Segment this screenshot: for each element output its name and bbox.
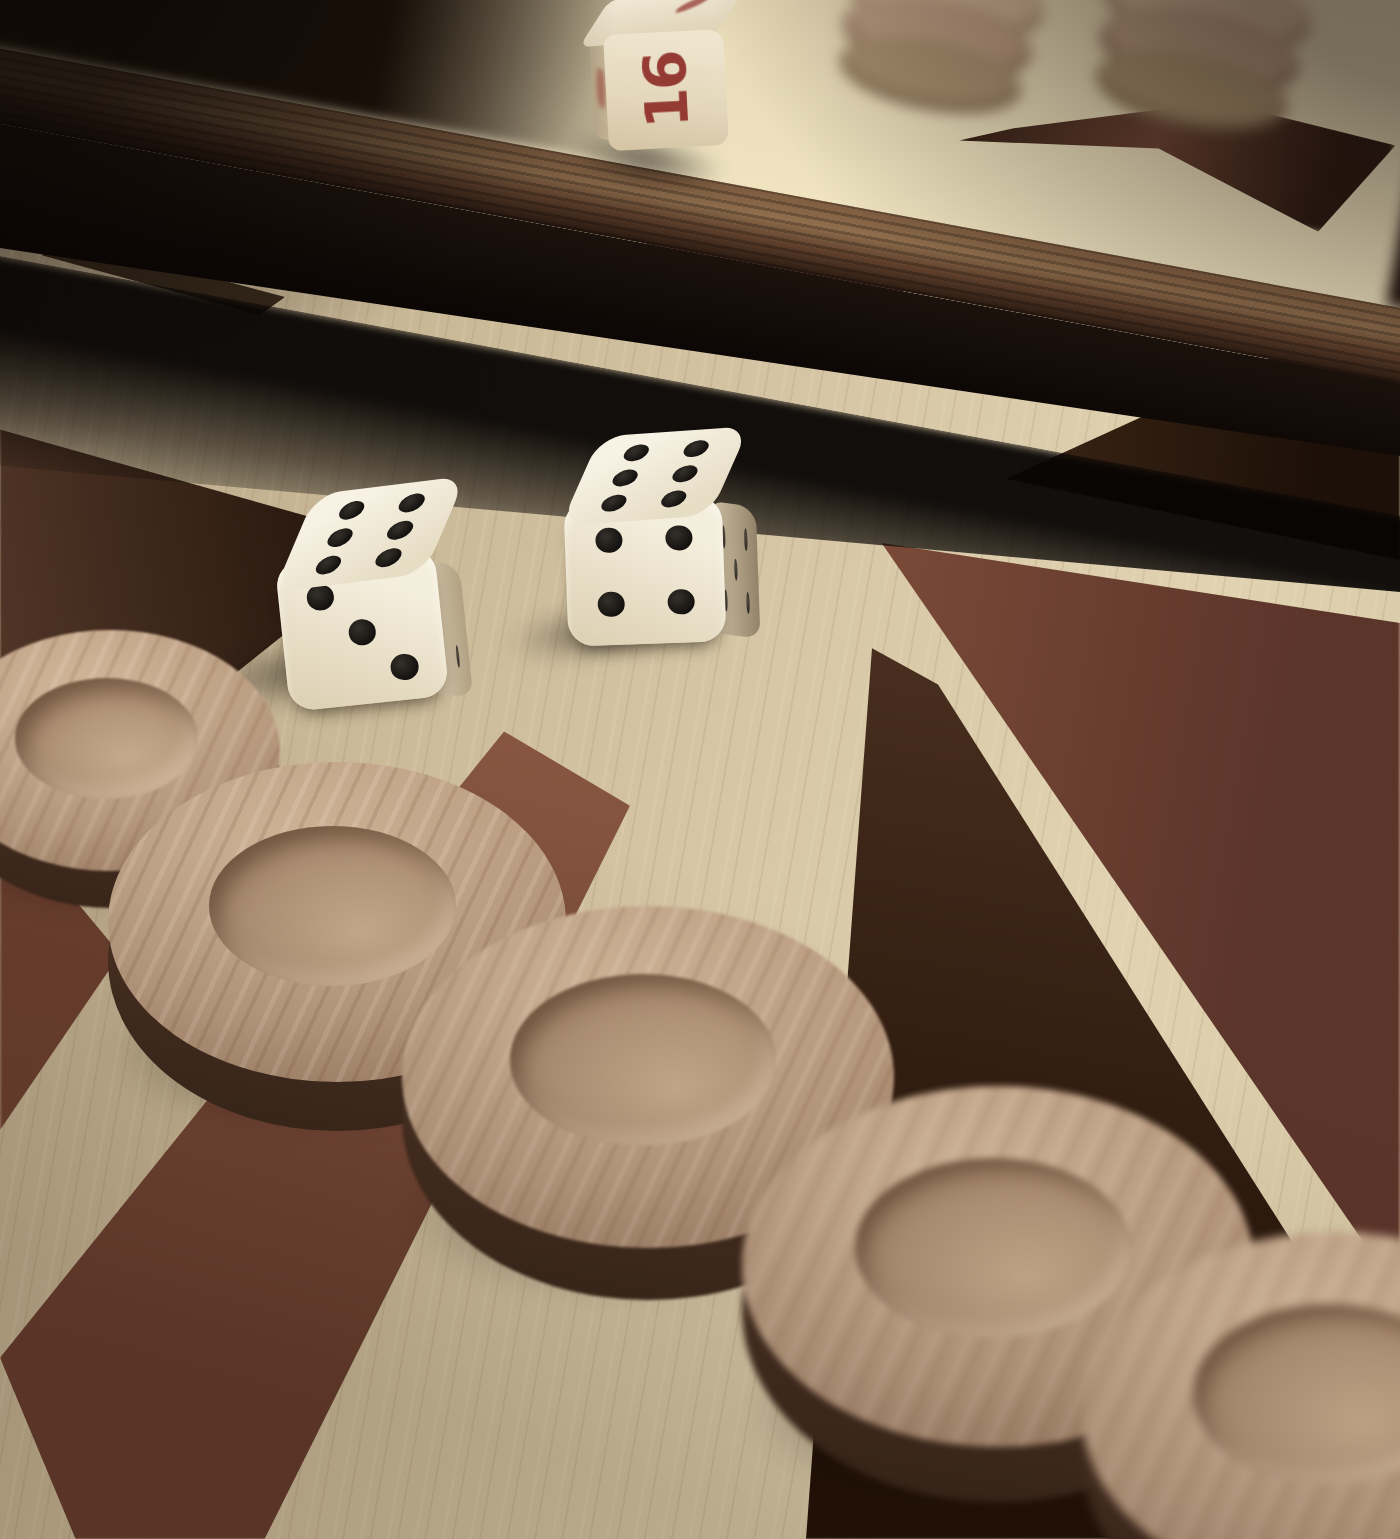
checker[interactable]	[1082, 1232, 1400, 1539]
far-checker-stack[interactable]	[827, 0, 1051, 121]
doubling-cube[interactable]: 16	[588, 0, 763, 167]
backgammon-photo-scene: 16	[0, 0, 1400, 1539]
right-die[interactable]	[548, 424, 758, 649]
left-die[interactable]	[268, 476, 478, 701]
checker-concave-center	[510, 974, 776, 1145]
doubling-cube-front-face: 16	[603, 29, 729, 151]
doubling-cube-value: 16	[630, 50, 702, 130]
doubling-cube-top-partial-numeral	[676, 0, 711, 15]
checker-top-face	[1082, 1232, 1400, 1539]
checker-concave-center	[1193, 1304, 1400, 1484]
